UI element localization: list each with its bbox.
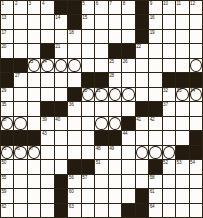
cell[interactable] bbox=[122, 30, 134, 43]
cell[interactable] bbox=[109, 88, 121, 101]
black-cell bbox=[55, 189, 67, 202]
cell[interactable] bbox=[122, 189, 134, 202]
cell[interactable] bbox=[149, 88, 161, 101]
cell[interactable] bbox=[163, 59, 175, 72]
clue-number: 24 bbox=[42, 59, 47, 65]
cell[interactable] bbox=[14, 88, 26, 101]
cell[interactable]: 39 bbox=[41, 117, 53, 130]
circle-marker bbox=[55, 59, 67, 72]
clue-number: 28 bbox=[109, 73, 114, 79]
cell[interactable]: 64 bbox=[149, 204, 161, 217]
cell[interactable] bbox=[163, 131, 175, 144]
cell[interactable] bbox=[28, 73, 40, 86]
cell[interactable] bbox=[68, 44, 80, 57]
cell[interactable] bbox=[190, 59, 202, 72]
cell[interactable] bbox=[28, 88, 40, 101]
cell[interactable] bbox=[14, 30, 26, 43]
cell[interactable]: 51 bbox=[95, 160, 107, 173]
cell[interactable] bbox=[122, 102, 134, 115]
cell[interactable] bbox=[95, 204, 107, 217]
cell[interactable] bbox=[122, 146, 134, 159]
cell[interactable]: 63 bbox=[68, 204, 80, 217]
clue-number: 48 bbox=[96, 146, 101, 152]
cell[interactable]: 28 bbox=[109, 73, 121, 86]
clue-number: 3 bbox=[28, 1, 30, 7]
cell[interactable] bbox=[190, 15, 202, 28]
cell[interactable]: 57 bbox=[82, 175, 94, 188]
cell[interactable] bbox=[82, 44, 94, 57]
clue-number: 1 bbox=[2, 1, 4, 7]
cell[interactable] bbox=[190, 175, 202, 188]
clue-number: 37 bbox=[163, 102, 168, 108]
clue-number: 7 bbox=[109, 1, 111, 7]
cell[interactable]: 41 bbox=[136, 117, 148, 130]
cell[interactable]: 23 bbox=[28, 59, 40, 72]
cell[interactable] bbox=[55, 131, 67, 144]
cell[interactable]: 58 bbox=[149, 175, 161, 188]
cell[interactable] bbox=[163, 44, 175, 57]
clue-number: 46 bbox=[15, 146, 20, 152]
cell[interactable] bbox=[190, 30, 202, 43]
circle-marker bbox=[14, 117, 26, 130]
cell[interactable] bbox=[136, 88, 148, 101]
cell[interactable]: 13 bbox=[1, 15, 13, 28]
cell[interactable]: 7 bbox=[109, 1, 121, 14]
cell[interactable] bbox=[190, 102, 202, 115]
cell[interactable] bbox=[149, 59, 161, 72]
clue-number: 56 bbox=[69, 175, 74, 181]
clue-number: 44 bbox=[123, 131, 128, 137]
cell[interactable]: 46 bbox=[14, 146, 26, 159]
clue-number: 19 bbox=[150, 30, 155, 36]
cell[interactable] bbox=[95, 102, 107, 115]
cell[interactable] bbox=[176, 15, 188, 28]
cell[interactable] bbox=[41, 146, 53, 159]
cell[interactable] bbox=[14, 189, 26, 202]
cell[interactable] bbox=[68, 59, 80, 72]
black-cell bbox=[136, 30, 148, 43]
black-cell bbox=[190, 146, 202, 159]
black-cell bbox=[109, 44, 121, 57]
black-cell bbox=[1, 73, 13, 86]
cell[interactable] bbox=[163, 175, 175, 188]
cell[interactable]: 55 bbox=[1, 175, 13, 188]
cell[interactable] bbox=[82, 131, 94, 144]
clue-number: 49 bbox=[109, 146, 114, 152]
black-cell bbox=[55, 175, 67, 188]
clue-number: 31 bbox=[96, 88, 101, 94]
clue-number: 12 bbox=[190, 1, 195, 7]
cell[interactable]: 4 bbox=[41, 1, 53, 14]
cell[interactable]: 60 bbox=[68, 189, 80, 202]
cell[interactable] bbox=[82, 30, 94, 43]
circle-marker bbox=[41, 59, 53, 72]
black-cell bbox=[136, 204, 148, 217]
clue-number: 15 bbox=[82, 15, 87, 21]
cell[interactable] bbox=[14, 160, 26, 173]
cell[interactable] bbox=[41, 175, 53, 188]
circle-marker bbox=[190, 59, 202, 72]
cell[interactable]: 31 bbox=[95, 88, 107, 101]
black-cell bbox=[190, 131, 202, 144]
black-cell bbox=[82, 73, 94, 86]
black-cell bbox=[149, 102, 161, 115]
cell[interactable]: 34 bbox=[190, 88, 202, 101]
cell[interactable] bbox=[28, 44, 40, 57]
black-cell bbox=[55, 102, 67, 115]
cell[interactable] bbox=[82, 117, 94, 130]
cell[interactable]: 15 bbox=[82, 15, 94, 28]
cell[interactable]: 35 bbox=[1, 102, 13, 115]
cell[interactable] bbox=[109, 30, 121, 43]
cell[interactable]: 2 bbox=[14, 1, 26, 14]
cell[interactable] bbox=[176, 117, 188, 130]
circle-marker bbox=[28, 59, 40, 72]
circle-marker bbox=[82, 88, 94, 101]
clue-number: 47 bbox=[28, 146, 33, 152]
black-cell bbox=[136, 1, 148, 14]
clue-number: 9 bbox=[150, 1, 152, 7]
cell[interactable]: 27 bbox=[14, 73, 26, 86]
cell[interactable] bbox=[109, 117, 121, 130]
cell[interactable] bbox=[14, 204, 26, 217]
cell[interactable] bbox=[176, 175, 188, 188]
cell[interactable] bbox=[109, 15, 121, 28]
cell[interactable] bbox=[136, 160, 148, 173]
cell[interactable]: 45 bbox=[1, 146, 13, 159]
clue-number: 62 bbox=[2, 204, 7, 210]
cell[interactable]: 36 bbox=[68, 102, 80, 115]
cell[interactable] bbox=[41, 73, 53, 86]
clue-number: 64 bbox=[150, 204, 155, 210]
clue-number: 27 bbox=[15, 73, 20, 79]
black-cell bbox=[68, 1, 80, 14]
cell[interactable] bbox=[190, 117, 202, 130]
cell[interactable] bbox=[122, 160, 134, 173]
black-cell bbox=[82, 160, 94, 173]
clue-number: 45 bbox=[2, 146, 7, 152]
cell[interactable] bbox=[28, 15, 40, 28]
cell[interactable] bbox=[136, 175, 148, 188]
clue-number: 21 bbox=[55, 44, 60, 50]
cell[interactable] bbox=[82, 102, 94, 115]
clue-number: 40 bbox=[55, 117, 60, 123]
cell[interactable] bbox=[163, 204, 175, 217]
black-cell bbox=[14, 59, 26, 72]
cell[interactable] bbox=[55, 146, 67, 159]
circle-marker bbox=[190, 88, 202, 101]
black-cell bbox=[176, 146, 188, 159]
clue-number: 26 bbox=[123, 59, 128, 65]
cell[interactable] bbox=[122, 88, 134, 101]
cell[interactable]: 6 bbox=[95, 1, 107, 14]
cell[interactable] bbox=[122, 15, 134, 28]
cell[interactable] bbox=[190, 44, 202, 57]
black-cell bbox=[136, 189, 148, 202]
cell[interactable]: 29 bbox=[1, 88, 13, 101]
cell[interactable]: 56 bbox=[68, 175, 80, 188]
circle-marker bbox=[149, 146, 161, 159]
cell[interactable] bbox=[82, 204, 94, 217]
cell[interactable] bbox=[176, 204, 188, 217]
clue-number: 51 bbox=[96, 160, 101, 166]
cell[interactable]: 42 bbox=[149, 117, 161, 130]
cell[interactable] bbox=[109, 160, 121, 173]
clue-number: 34 bbox=[190, 88, 195, 94]
clue-number: 18 bbox=[69, 30, 74, 36]
black-cell bbox=[1, 131, 13, 144]
cell[interactable] bbox=[163, 189, 175, 202]
cell[interactable] bbox=[14, 15, 26, 28]
clue-number: 35 bbox=[2, 102, 7, 108]
cell[interactable] bbox=[95, 117, 107, 130]
black-cell bbox=[1, 59, 13, 72]
cell[interactable] bbox=[82, 146, 94, 159]
cell[interactable] bbox=[176, 102, 188, 115]
cell[interactable] bbox=[14, 44, 26, 57]
cell[interactable]: 52 bbox=[163, 160, 175, 173]
cell[interactable]: 26 bbox=[122, 59, 134, 72]
cell[interactable]: 48 bbox=[95, 146, 107, 159]
cell[interactable] bbox=[95, 15, 107, 28]
cell[interactable]: 9 bbox=[149, 1, 161, 14]
cell[interactable]: 25 bbox=[109, 59, 121, 72]
black-cell bbox=[122, 117, 134, 130]
black-cell bbox=[95, 131, 107, 144]
cell[interactable]: 22 bbox=[136, 44, 148, 57]
circle-marker bbox=[136, 146, 148, 159]
cell[interactable]: 8 bbox=[122, 1, 134, 14]
cell[interactable] bbox=[176, 189, 188, 202]
cell[interactable] bbox=[95, 189, 107, 202]
cell[interactable] bbox=[95, 44, 107, 57]
cell[interactable]: 20 bbox=[1, 44, 13, 57]
circle-marker bbox=[109, 88, 121, 101]
cell[interactable]: 11 bbox=[176, 1, 188, 14]
black-cell bbox=[122, 44, 134, 57]
cell[interactable]: 5 bbox=[82, 1, 94, 14]
cell[interactable] bbox=[149, 44, 161, 57]
cell[interactable] bbox=[176, 44, 188, 57]
cell[interactable] bbox=[28, 30, 40, 43]
black-cell bbox=[122, 204, 134, 217]
clue-number: 57 bbox=[82, 175, 87, 181]
cell[interactable] bbox=[82, 59, 94, 72]
cell[interactable] bbox=[95, 30, 107, 43]
cell[interactable]: 19 bbox=[149, 30, 161, 43]
clue-number: 30 bbox=[82, 88, 87, 94]
cell[interactable] bbox=[149, 131, 161, 144]
cell[interactable] bbox=[176, 30, 188, 43]
cell[interactable] bbox=[14, 175, 26, 188]
cell[interactable] bbox=[55, 30, 67, 43]
clue-number: 61 bbox=[150, 189, 155, 195]
cell[interactable]: 30 bbox=[82, 88, 94, 101]
cell[interactable]: 14 bbox=[55, 15, 67, 28]
clue-number: 50 bbox=[2, 160, 7, 166]
cell[interactable] bbox=[14, 102, 26, 115]
clue-number: 33 bbox=[177, 88, 182, 94]
black-cell bbox=[109, 131, 121, 144]
clue-number: 6 bbox=[96, 1, 98, 7]
cell[interactable] bbox=[176, 59, 188, 72]
circle-marker bbox=[95, 88, 107, 101]
clue-number: 17 bbox=[2, 30, 7, 36]
clue-number: 29 bbox=[2, 88, 7, 94]
cell[interactable] bbox=[109, 204, 121, 217]
cell[interactable] bbox=[28, 204, 40, 217]
clue-number: 38 bbox=[2, 117, 7, 123]
cell[interactable]: 16 bbox=[149, 15, 161, 28]
clue-number: 54 bbox=[190, 160, 195, 166]
cell[interactable] bbox=[41, 88, 53, 101]
clue-number: 58 bbox=[150, 175, 155, 181]
black-cell bbox=[190, 73, 202, 86]
clue-number: 20 bbox=[2, 44, 7, 50]
clue-number: 11 bbox=[177, 1, 181, 7]
cell[interactable] bbox=[28, 117, 40, 130]
cell[interactable] bbox=[95, 59, 107, 72]
black-cell bbox=[68, 88, 80, 101]
black-cell bbox=[176, 73, 188, 86]
cell[interactable]: 1 bbox=[1, 1, 13, 14]
cell[interactable]: 17 bbox=[1, 30, 13, 43]
clue-number: 25 bbox=[109, 59, 114, 65]
clue-number: 42 bbox=[150, 117, 155, 123]
cell[interactable] bbox=[163, 15, 175, 28]
black-cell bbox=[28, 131, 40, 144]
cell[interactable] bbox=[68, 117, 80, 130]
cell[interactable] bbox=[163, 30, 175, 43]
cell[interactable] bbox=[68, 131, 80, 144]
cell[interactable] bbox=[149, 146, 161, 159]
clue-number: 2 bbox=[15, 1, 17, 7]
clue-number: 39 bbox=[42, 117, 47, 123]
cell[interactable]: 49 bbox=[109, 146, 121, 159]
black-cell bbox=[68, 15, 80, 28]
cell[interactable]: 18 bbox=[68, 30, 80, 43]
clue-number: 60 bbox=[69, 189, 74, 195]
cell[interactable]: 3 bbox=[28, 1, 40, 14]
cell[interactable] bbox=[190, 189, 202, 202]
cell[interactable]: 44 bbox=[122, 131, 134, 144]
black-cell bbox=[14, 131, 26, 144]
clue-number: 36 bbox=[69, 102, 74, 108]
circle-marker bbox=[109, 117, 121, 130]
black-cell bbox=[95, 73, 107, 86]
cell[interactable]: 43 bbox=[41, 131, 53, 144]
cell[interactable] bbox=[68, 73, 80, 86]
cell[interactable] bbox=[136, 131, 148, 144]
circle-marker bbox=[1, 117, 13, 130]
cell[interactable] bbox=[41, 15, 53, 28]
clue-number: 52 bbox=[163, 160, 168, 166]
cell[interactable] bbox=[41, 160, 53, 173]
cell[interactable]: 32 bbox=[163, 88, 175, 101]
cell[interactable]: 47 bbox=[28, 146, 40, 159]
cell[interactable]: 40 bbox=[55, 117, 67, 130]
clue-number: 43 bbox=[42, 131, 47, 137]
cell[interactable] bbox=[41, 204, 53, 217]
cell[interactable]: 61 bbox=[149, 189, 161, 202]
clue-number: 14 bbox=[55, 15, 60, 21]
cell[interactable] bbox=[122, 175, 134, 188]
clue-number: 32 bbox=[163, 88, 168, 94]
cell[interactable]: 33 bbox=[176, 88, 188, 101]
cell[interactable] bbox=[109, 102, 121, 115]
circle-marker bbox=[14, 146, 26, 159]
cell[interactable]: 38 bbox=[1, 117, 13, 130]
cell[interactable] bbox=[28, 189, 40, 202]
clue-number: 13 bbox=[2, 15, 7, 21]
cell[interactable]: 53 bbox=[176, 160, 188, 173]
cell[interactable] bbox=[136, 59, 148, 72]
cell[interactable]: 37 bbox=[163, 102, 175, 115]
clue-number: 22 bbox=[136, 44, 141, 50]
cell[interactable] bbox=[136, 146, 148, 159]
cell[interactable] bbox=[28, 160, 40, 173]
cell[interactable] bbox=[176, 131, 188, 144]
clue-number: 59 bbox=[2, 189, 7, 195]
clue-number: 16 bbox=[150, 15, 155, 21]
cell[interactable]: 50 bbox=[1, 160, 13, 173]
cell[interactable]: 12 bbox=[190, 1, 202, 14]
crossword-grid: 1234567891011121314151617181920212223242… bbox=[0, 0, 203, 218]
cell[interactable] bbox=[163, 117, 175, 130]
cell[interactable]: 54 bbox=[190, 160, 202, 173]
circle-marker bbox=[95, 117, 107, 130]
black-cell bbox=[68, 160, 80, 173]
cell[interactable] bbox=[28, 102, 40, 115]
cell[interactable] bbox=[55, 160, 67, 173]
cell[interactable]: 10 bbox=[163, 1, 175, 14]
clue-number: 4 bbox=[42, 1, 44, 7]
cell[interactable] bbox=[109, 189, 121, 202]
cell[interactable] bbox=[149, 73, 161, 86]
clue-number: 53 bbox=[177, 160, 182, 166]
clue-number: 5 bbox=[82, 1, 84, 7]
cell[interactable] bbox=[136, 73, 148, 86]
black-cell bbox=[136, 15, 148, 28]
cell[interactable] bbox=[28, 175, 40, 188]
black-cell bbox=[55, 1, 67, 14]
circle-marker bbox=[68, 59, 80, 72]
black-cell bbox=[136, 102, 148, 115]
cell[interactable]: 62 bbox=[1, 204, 13, 217]
black-cell bbox=[41, 44, 53, 57]
cell[interactable] bbox=[55, 59, 67, 72]
cell[interactable] bbox=[95, 175, 107, 188]
cell[interactable] bbox=[190, 204, 202, 217]
clue-number: 55 bbox=[2, 175, 7, 181]
cell[interactable] bbox=[55, 88, 67, 101]
clue-number: 63 bbox=[69, 204, 74, 210]
cell[interactable]: 59 bbox=[1, 189, 13, 202]
cell[interactable]: 24 bbox=[41, 59, 53, 72]
black-cell bbox=[149, 160, 161, 173]
circle-marker bbox=[122, 88, 134, 101]
cell[interactable] bbox=[55, 73, 67, 86]
cell[interactable] bbox=[163, 146, 175, 159]
cell[interactable]: 21 bbox=[55, 44, 67, 57]
cell[interactable] bbox=[82, 189, 94, 202]
cell[interactable] bbox=[41, 189, 53, 202]
cell[interactable] bbox=[41, 30, 53, 43]
cell[interactable] bbox=[122, 73, 134, 86]
cell[interactable] bbox=[109, 175, 121, 188]
cell[interactable] bbox=[14, 117, 26, 130]
cell[interactable] bbox=[68, 146, 80, 159]
